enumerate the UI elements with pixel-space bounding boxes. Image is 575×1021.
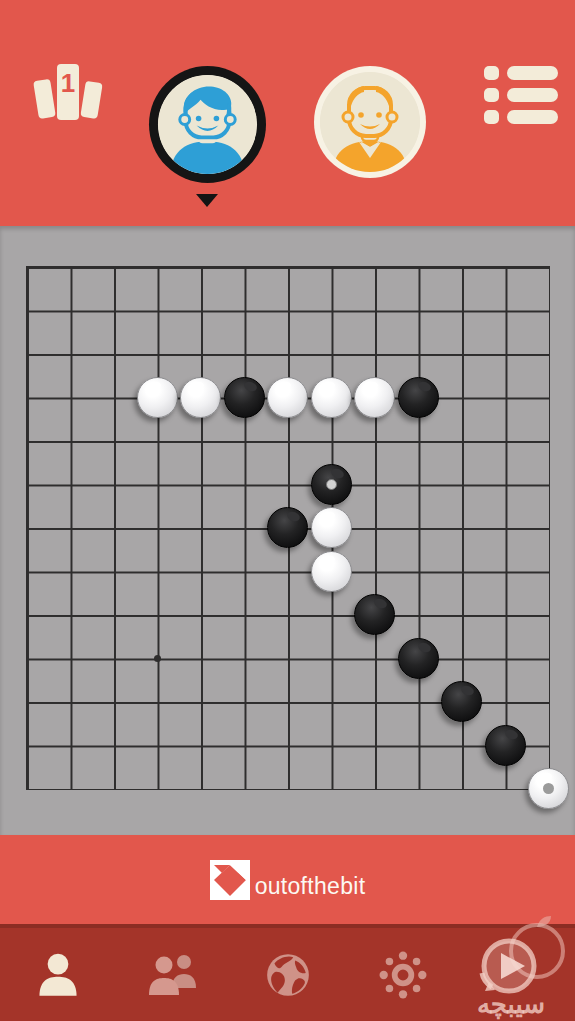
stone-white: [311, 507, 352, 548]
stone-white: [311, 377, 352, 418]
stone-white: [528, 768, 569, 809]
rank-badge[interactable]: 1: [28, 56, 108, 124]
stone-white: [267, 377, 308, 418]
stone-white: [180, 377, 221, 418]
person-icon: [34, 951, 82, 999]
watermark-text: سیبچه: [477, 989, 545, 1020]
stone-black: [398, 638, 439, 679]
tab-multiplayer[interactable]: [115, 928, 230, 1021]
stone-white: [311, 551, 352, 592]
player-white-avatar[interactable]: [314, 66, 426, 178]
outofthebit-logo: [210, 860, 250, 900]
stone-white: [354, 377, 395, 418]
rank-number: 1: [61, 68, 75, 98]
brand-name: outofthebit: [255, 859, 366, 900]
stone-black: [398, 377, 439, 418]
header: 1: [0, 0, 575, 226]
stone-black: [485, 725, 526, 766]
menu-button[interactable]: [484, 64, 558, 128]
star-point: [154, 655, 161, 662]
watermark: سیبچه: [445, 913, 575, 1021]
board[interactable]: [5, 245, 571, 811]
orange-man-avatar: [320, 72, 420, 172]
list-menu-icon: [484, 64, 558, 128]
apple-play-watermark: سیبچه: [445, 913, 575, 1021]
people-icon: [146, 952, 200, 998]
tab-settings[interactable]: [345, 928, 460, 1021]
tab-online[interactable]: [230, 928, 345, 1021]
stone-white: [137, 377, 178, 418]
player-black-avatar[interactable]: [149, 66, 266, 183]
stone-black: [311, 464, 352, 505]
brand-footer: outofthebit: [0, 835, 575, 924]
last-move-marker: [543, 783, 554, 794]
turn-indicator-arrow: [196, 194, 218, 207]
podium-icon: 1: [33, 64, 103, 120]
stone-black: [224, 377, 265, 418]
gear-dots-icon: [379, 951, 427, 999]
tab-profile[interactable]: [0, 928, 115, 1021]
globe-icon: [264, 951, 312, 999]
app-screen: 1: [0, 0, 575, 1021]
last-move-marker: [326, 479, 337, 490]
board-area: [0, 226, 575, 835]
blue-man-avatar: [158, 75, 257, 174]
